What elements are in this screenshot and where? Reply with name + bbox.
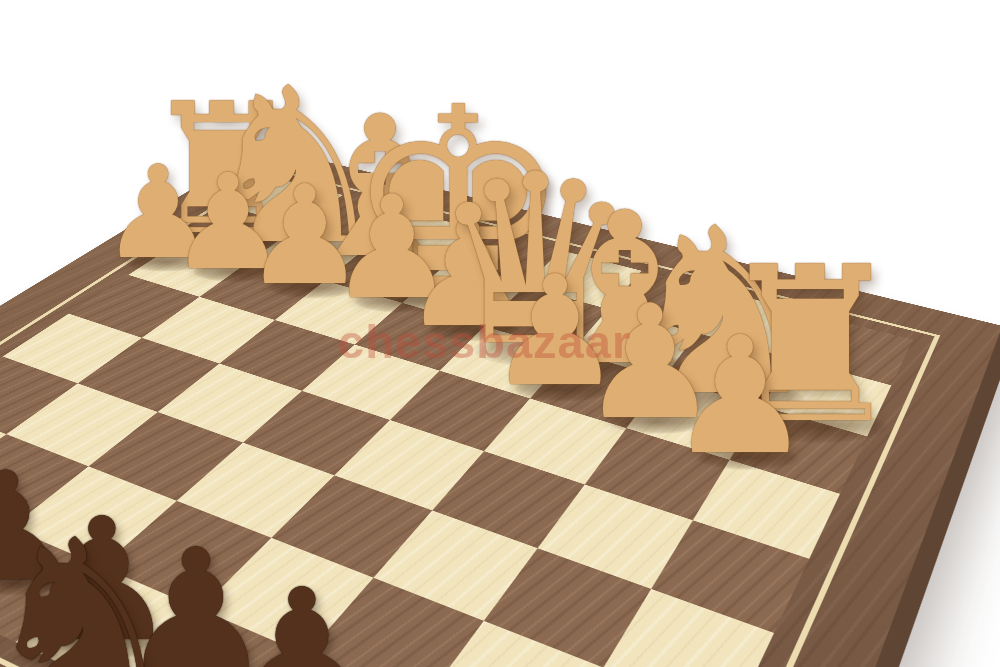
board-perspective-wrapper: [0, 146, 1000, 667]
chess-board: [0, 146, 1000, 667]
chess-set-photo: ♜♞♟♝♟♟♚♟♟♛♝♟♞♟♜♟♟♟♟♞♟ chessbazaar: [0, 0, 1000, 667]
board-squares-grid: [0, 178, 913, 667]
watermark-text: chessbazaar: [338, 314, 631, 369]
